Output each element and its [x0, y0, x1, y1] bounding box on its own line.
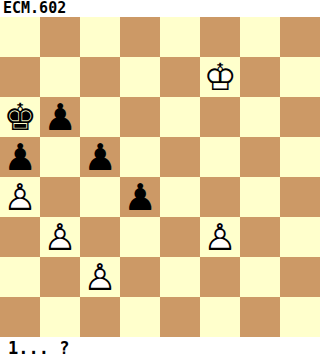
white-pawn-c2[interactable]: ♟♙	[80, 257, 120, 297]
square-c1[interactable]	[80, 297, 120, 337]
square-d7[interactable]	[120, 57, 160, 97]
square-g1[interactable]	[240, 297, 280, 337]
white-piece-outline: ♔	[200, 57, 240, 97]
square-a3[interactable]	[0, 217, 40, 257]
square-b3[interactable]: ♟♙	[40, 217, 80, 257]
square-b8[interactable]	[40, 17, 80, 57]
square-c8[interactable]	[80, 17, 120, 57]
white-piece-outline: ♙	[0, 177, 40, 217]
square-b6[interactable]: ♟	[40, 97, 80, 137]
square-c4[interactable]	[80, 177, 120, 217]
square-f3[interactable]: ♟♙	[200, 217, 240, 257]
square-g2[interactable]	[240, 257, 280, 297]
chess-board: ♚♔♚♟♟♟♟♙♟♟♙♟♙♟♙	[0, 17, 320, 337]
square-h3[interactable]	[280, 217, 320, 257]
square-e1[interactable]	[160, 297, 200, 337]
chess-diagram-window: ECM.602 ♚♔♚♟♟♟♟♙♟♟♙♟♙♟♙ 1... ?	[0, 0, 320, 360]
square-h1[interactable]	[280, 297, 320, 337]
square-a7[interactable]	[0, 57, 40, 97]
white-piece-outline: ♙	[80, 257, 120, 297]
square-b2[interactable]	[40, 257, 80, 297]
square-e3[interactable]	[160, 217, 200, 257]
square-d4[interactable]: ♟	[120, 177, 160, 217]
square-b7[interactable]	[40, 57, 80, 97]
square-f8[interactable]	[200, 17, 240, 57]
square-h8[interactable]	[280, 17, 320, 57]
white-king-f7[interactable]: ♚♔	[200, 57, 240, 97]
square-g7[interactable]	[240, 57, 280, 97]
black-king-a6[interactable]: ♚	[0, 97, 40, 137]
square-f6[interactable]	[200, 97, 240, 137]
square-b5[interactable]	[40, 137, 80, 177]
black-pawn-d4[interactable]: ♟	[120, 177, 160, 217]
square-d3[interactable]	[120, 217, 160, 257]
square-c2[interactable]: ♟♙	[80, 257, 120, 297]
square-f7[interactable]: ♚♔	[200, 57, 240, 97]
white-pawn-a4[interactable]: ♟♙	[0, 177, 40, 217]
white-pawn-b3[interactable]: ♟♙	[40, 217, 80, 257]
square-c7[interactable]	[80, 57, 120, 97]
square-c6[interactable]	[80, 97, 120, 137]
square-a8[interactable]	[0, 17, 40, 57]
move-prompt: 1... ?	[0, 337, 320, 360]
square-h6[interactable]	[280, 97, 320, 137]
black-piece-glyph: ♟	[80, 137, 120, 177]
square-c3[interactable]	[80, 217, 120, 257]
black-pawn-b6[interactable]: ♟	[40, 97, 80, 137]
square-c5[interactable]: ♟	[80, 137, 120, 177]
black-piece-glyph: ♟	[120, 177, 160, 217]
square-f4[interactable]	[200, 177, 240, 217]
square-f5[interactable]	[200, 137, 240, 177]
square-a6[interactable]: ♚	[0, 97, 40, 137]
square-a1[interactable]	[0, 297, 40, 337]
square-d5[interactable]	[120, 137, 160, 177]
square-g3[interactable]	[240, 217, 280, 257]
square-f2[interactable]	[200, 257, 240, 297]
square-e2[interactable]	[160, 257, 200, 297]
square-d1[interactable]	[120, 297, 160, 337]
square-h2[interactable]	[280, 257, 320, 297]
black-piece-glyph: ♟	[0, 137, 40, 177]
white-piece-outline: ♙	[200, 217, 240, 257]
square-d6[interactable]	[120, 97, 160, 137]
square-h7[interactable]	[280, 57, 320, 97]
square-h5[interactable]	[280, 137, 320, 177]
square-g8[interactable]	[240, 17, 280, 57]
square-e4[interactable]	[160, 177, 200, 217]
square-f1[interactable]	[200, 297, 240, 337]
square-e6[interactable]	[160, 97, 200, 137]
diagram-title: ECM.602	[0, 0, 320, 17]
square-b1[interactable]	[40, 297, 80, 337]
square-h4[interactable]	[280, 177, 320, 217]
black-piece-glyph: ♟	[40, 97, 80, 137]
square-e8[interactable]	[160, 17, 200, 57]
black-pawn-c5[interactable]: ♟	[80, 137, 120, 177]
square-g5[interactable]	[240, 137, 280, 177]
square-d2[interactable]	[120, 257, 160, 297]
white-pawn-f3[interactable]: ♟♙	[200, 217, 240, 257]
white-piece-outline: ♙	[40, 217, 80, 257]
square-g4[interactable]	[240, 177, 280, 217]
square-a5[interactable]: ♟	[0, 137, 40, 177]
square-e5[interactable]	[160, 137, 200, 177]
square-e7[interactable]	[160, 57, 200, 97]
black-pawn-a5[interactable]: ♟	[0, 137, 40, 177]
black-piece-glyph: ♚	[0, 97, 40, 137]
square-b4[interactable]	[40, 177, 80, 217]
square-a2[interactable]	[0, 257, 40, 297]
square-a4[interactable]: ♟♙	[0, 177, 40, 217]
square-d8[interactable]	[120, 17, 160, 57]
square-g6[interactable]	[240, 97, 280, 137]
